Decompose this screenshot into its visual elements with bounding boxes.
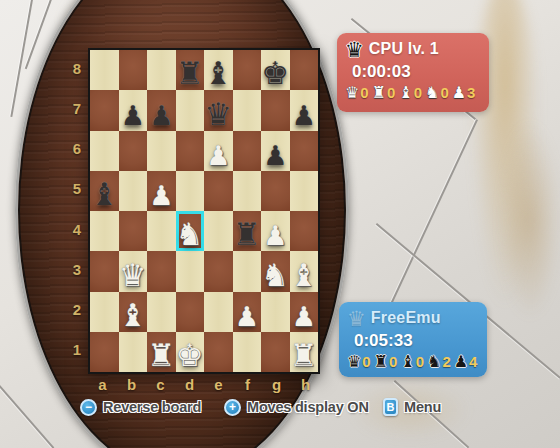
captured-pawn: ♟3	[452, 84, 479, 101]
square-d4[interactable]: ♞	[176, 211, 205, 251]
square-f1[interactable]	[233, 332, 262, 372]
black-knight-icon: ♞	[427, 354, 441, 370]
captured-queen: ♛0	[347, 353, 374, 370]
piece-black-bishop[interactable]: ♝	[90, 179, 118, 210]
square-h1[interactable]: ♜	[290, 332, 319, 372]
white-pawn-icon: ♟	[452, 85, 466, 101]
square-e5[interactable]	[204, 171, 233, 211]
file-label-b: b	[117, 374, 146, 394]
reverse-board-label: Reverse board	[103, 399, 201, 415]
moves-display-button[interactable]: + Moves display ON	[224, 396, 369, 418]
square-f7[interactable]	[233, 90, 262, 130]
square-h8[interactable]	[290, 50, 319, 90]
cpu-player-panel: ♛ CPU lv. 1 0:00:03 ♛0♜0♝0♞0♟3	[337, 33, 489, 112]
captured-bishop-count: 0	[414, 84, 422, 101]
file-label-h: h	[291, 374, 320, 394]
square-g4[interactable]: ♟	[261, 211, 290, 251]
square-a6[interactable]	[90, 131, 119, 171]
piece-white-rook[interactable]: ♜	[290, 340, 318, 371]
piece-black-pawn[interactable]: ♟	[292, 103, 316, 130]
square-b7[interactable]: ♟	[119, 90, 148, 130]
piece-black-pawn[interactable]: ♟	[263, 143, 287, 170]
rank-label-4: 4	[68, 209, 86, 249]
captured-queen-count: 0	[360, 84, 368, 101]
file-label-f: f	[233, 374, 262, 394]
piece-white-bishop[interactable]: ♝	[119, 300, 147, 331]
square-g2[interactable]	[261, 292, 290, 332]
square-f5[interactable]	[233, 171, 262, 211]
square-g7[interactable]	[261, 90, 290, 130]
file-label-e: e	[204, 374, 233, 394]
captured-pawn: ♟4	[454, 353, 481, 370]
tile-seam	[0, 378, 54, 448]
square-g6[interactable]: ♟	[261, 131, 290, 171]
piece-black-bishop[interactable]: ♝	[204, 58, 232, 89]
captured-rook-count: 0	[389, 353, 397, 370]
square-e2[interactable]	[204, 292, 233, 332]
rank-label-8: 8	[68, 48, 86, 88]
square-f2[interactable]: ♟	[233, 292, 262, 332]
human-player-name: FreeEmu	[371, 309, 441, 327]
captured-rook: ♜0	[372, 84, 399, 101]
piece-black-rook[interactable]: ♜	[176, 58, 204, 89]
square-a5[interactable]: ♝	[90, 171, 119, 211]
piece-white-knight[interactable]: ♞	[261, 260, 289, 291]
black-pawn-icon: ♟	[454, 354, 468, 370]
piece-white-pawn[interactable]: ♟	[263, 223, 287, 250]
piece-black-rook[interactable]: ♜	[233, 219, 261, 250]
cpu-captured-tray: ♛0♜0♝0♞0♟3	[345, 84, 481, 101]
rank-label-6: 6	[68, 129, 86, 169]
rank-labels: 87654321	[68, 48, 86, 370]
square-c7[interactable]: ♟	[147, 90, 176, 130]
rank-label-7: 7	[68, 88, 86, 128]
piece-white-pawn[interactable]: ♟	[235, 304, 259, 331]
file-labels: abcdefgh	[88, 374, 320, 394]
captured-queen-count: 0	[362, 353, 370, 370]
square-h2[interactable]: ♟	[290, 292, 319, 332]
captured-bishop: ♝0	[400, 353, 427, 370]
b-button-icon[interactable]: B	[383, 398, 398, 416]
menu-label: Menu	[404, 399, 441, 415]
square-a2[interactable]	[90, 292, 119, 332]
white-queen-icon: ♛	[345, 85, 359, 101]
file-label-a: a	[88, 374, 117, 394]
piece-white-rook[interactable]: ♜	[147, 340, 175, 371]
square-c5[interactable]: ♟	[147, 171, 176, 211]
square-h3[interactable]: ♝	[290, 251, 319, 291]
human-clock: 0:05:33	[354, 331, 479, 351]
rank-label-3: 3	[68, 249, 86, 289]
captured-pawn-count: 4	[469, 353, 477, 370]
square-d8[interactable]: ♜	[176, 50, 205, 90]
square-f3[interactable]	[233, 251, 262, 291]
piece-black-pawn[interactable]: ♟	[121, 103, 145, 130]
square-b2[interactable]: ♝	[119, 292, 148, 332]
file-label-c: c	[146, 374, 175, 394]
minus-button-icon[interactable]: −	[80, 399, 97, 416]
human-captured-tray: ♛0♜0♝0♞2♟4	[347, 353, 479, 370]
piece-black-king[interactable]: ♚	[261, 58, 289, 89]
file-label-g: g	[262, 374, 291, 394]
human-player-panel: ♛ FreeEmu 0:05:33 ♛0♜0♝0♞2♟4	[339, 302, 487, 377]
captured-knight: ♞2	[427, 353, 454, 370]
piece-white-pawn[interactable]: ♟	[206, 143, 230, 170]
file-label-d: d	[175, 374, 204, 394]
square-f8[interactable]	[233, 50, 262, 90]
square-c8[interactable]	[147, 50, 176, 90]
square-a4[interactable]	[90, 211, 119, 251]
white-knight-icon: ♞	[425, 85, 439, 101]
captured-rook-count: 0	[387, 84, 395, 101]
rank-label-1: 1	[68, 330, 86, 370]
piece-black-pawn[interactable]: ♟	[149, 103, 173, 130]
square-g5[interactable]	[261, 171, 290, 211]
rank-label-2: 2	[68, 290, 86, 330]
square-d2[interactable]	[176, 292, 205, 332]
piece-black-queen[interactable]: ♛	[204, 99, 232, 130]
square-b5[interactable]	[119, 171, 148, 211]
square-a1[interactable]	[90, 332, 119, 372]
black-queen-icon: ♛	[347, 354, 361, 370]
plus-button-icon[interactable]: +	[224, 399, 241, 416]
square-b1[interactable]	[119, 332, 148, 372]
square-b6[interactable]	[119, 131, 148, 171]
rank-label-5: 5	[68, 169, 86, 209]
square-a3[interactable]	[90, 251, 119, 291]
square-d3[interactable]	[176, 251, 205, 291]
piece-white-pawn[interactable]: ♟	[149, 183, 173, 210]
square-f6[interactable]	[233, 131, 262, 171]
black-queen-icon: ♛	[345, 39, 364, 60]
captured-knight: ♞0	[425, 84, 452, 101]
chess-board-frame: ♜♝♚♟♟♛♟♟♟♝♟♞♜♟♛♞♝♝♟♟♜♚♜	[88, 48, 320, 374]
cpu-player-name: CPU lv. 1	[369, 40, 439, 58]
square-e8[interactable]: ♝	[204, 50, 233, 90]
square-e1[interactable]	[204, 332, 233, 372]
game-screen: 87654321 ♜♝♚♟♟♛♟♟♟♝♟♞♜♟♛♞♝♝♟♟♜♚♜ abcdefg…	[0, 0, 560, 448]
captured-knight-count: 0	[440, 84, 448, 101]
square-a7[interactable]	[90, 90, 119, 130]
square-h6[interactable]	[290, 131, 319, 171]
square-c3[interactable]	[147, 251, 176, 291]
square-e7[interactable]: ♛	[204, 90, 233, 130]
white-bishop-icon: ♝	[398, 85, 412, 101]
square-f4[interactable]: ♜	[233, 211, 262, 251]
square-g1[interactable]	[261, 332, 290, 372]
square-c6[interactable]	[147, 131, 176, 171]
captured-rook: ♜0	[374, 353, 401, 370]
chess-board: ♜♝♚♟♟♛♟♟♟♝♟♞♜♟♛♞♝♝♟♟♜♚♜	[90, 50, 318, 372]
white-rook-icon: ♜	[372, 85, 386, 101]
square-a8[interactable]	[90, 50, 119, 90]
piece-white-king[interactable]: ♚	[176, 340, 204, 371]
piece-white-queen[interactable]: ♛	[119, 260, 147, 291]
square-h7[interactable]: ♟	[290, 90, 319, 130]
square-c1[interactable]: ♜	[147, 332, 176, 372]
square-b3[interactable]: ♛	[119, 251, 148, 291]
captured-queen: ♛0	[345, 84, 372, 101]
square-e4[interactable]	[204, 211, 233, 251]
marble-vein	[500, 120, 560, 320]
captured-pawn-count: 3	[467, 84, 475, 101]
square-d6[interactable]	[176, 131, 205, 171]
moves-display-label: Moves display ON	[247, 399, 369, 415]
captured-bishop: ♝0	[398, 84, 425, 101]
square-c4[interactable]	[147, 211, 176, 251]
piece-white-pawn[interactable]: ♟	[292, 304, 316, 331]
menu-button[interactable]: B Menu	[383, 396, 441, 418]
square-e3[interactable]	[204, 251, 233, 291]
square-b4[interactable]	[119, 211, 148, 251]
captured-bishop-count: 0	[416, 353, 424, 370]
square-g3[interactable]: ♞	[261, 251, 290, 291]
captured-knight-count: 2	[442, 353, 450, 370]
cpu-clock: 0:00:03	[352, 62, 481, 82]
square-d7[interactable]	[176, 90, 205, 130]
square-e6[interactable]: ♟	[204, 131, 233, 171]
piece-white-knight[interactable]: ♞	[176, 219, 204, 250]
black-bishop-icon: ♝	[400, 354, 414, 370]
square-g8[interactable]: ♚	[261, 50, 290, 90]
square-d1[interactable]: ♚	[176, 332, 205, 372]
square-h4[interactable]	[290, 211, 319, 251]
square-c2[interactable]	[147, 292, 176, 332]
square-d5[interactable]	[176, 171, 205, 211]
piece-white-bishop[interactable]: ♝	[290, 260, 318, 291]
white-queen-icon: ♛	[347, 308, 366, 329]
square-h5[interactable]	[290, 171, 319, 211]
square-b8[interactable]	[119, 50, 148, 90]
black-rook-icon: ♜	[374, 354, 388, 370]
reverse-board-button[interactable]: − Reverse board	[80, 396, 201, 418]
